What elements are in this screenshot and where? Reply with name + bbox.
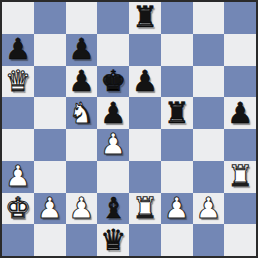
white-queen-icon[interactable]: ♛ — [5, 67, 31, 96]
square-e8[interactable]: ♜ — [129, 2, 161, 34]
square-e3[interactable] — [129, 161, 161, 193]
square-h3[interactable]: ♜ — [224, 161, 256, 193]
square-f3[interactable] — [161, 161, 193, 193]
white-rook-icon[interactable]: ♜ — [227, 162, 253, 191]
square-f6[interactable] — [161, 66, 193, 98]
square-f7[interactable] — [161, 34, 193, 66]
square-f1[interactable] — [161, 224, 193, 256]
square-b8[interactable] — [34, 2, 66, 34]
square-g6[interactable] — [193, 66, 225, 98]
square-h8[interactable] — [224, 2, 256, 34]
white-pawn-icon[interactable]: ♟ — [37, 194, 63, 223]
chess-board: ♜♟♟♛♟♚♟♞♟♜♟♟♟♜♚♟♟♝♜♟♟♛ — [0, 0, 258, 258]
square-b2[interactable]: ♟ — [34, 193, 66, 225]
square-b7[interactable] — [34, 34, 66, 66]
square-a4[interactable] — [2, 129, 34, 161]
square-c2[interactable]: ♟ — [66, 193, 98, 225]
square-a2[interactable]: ♚ — [2, 193, 34, 225]
square-b1[interactable] — [34, 224, 66, 256]
black-pawn-icon[interactable]: ♟ — [100, 99, 126, 128]
square-g7[interactable] — [193, 34, 225, 66]
black-bishop-icon[interactable]: ♝ — [100, 194, 126, 223]
square-c6[interactable]: ♟ — [66, 66, 98, 98]
white-pawn-icon[interactable]: ♟ — [5, 162, 31, 191]
square-c8[interactable] — [66, 2, 98, 34]
square-e7[interactable] — [129, 34, 161, 66]
square-d6[interactable]: ♚ — [97, 66, 129, 98]
square-a6[interactable]: ♛ — [2, 66, 34, 98]
square-h5[interactable]: ♟ — [224, 97, 256, 129]
white-pawn-icon[interactable]: ♟ — [195, 194, 221, 223]
square-f2[interactable]: ♟ — [161, 193, 193, 225]
black-rook-icon[interactable]: ♜ — [164, 99, 190, 128]
square-d2[interactable]: ♝ — [97, 193, 129, 225]
square-c1[interactable] — [66, 224, 98, 256]
black-pawn-icon[interactable]: ♟ — [68, 67, 94, 96]
square-h6[interactable] — [224, 66, 256, 98]
square-b3[interactable] — [34, 161, 66, 193]
square-e1[interactable] — [129, 224, 161, 256]
square-a3[interactable]: ♟ — [2, 161, 34, 193]
square-g2[interactable]: ♟ — [193, 193, 225, 225]
square-e5[interactable] — [129, 97, 161, 129]
square-g4[interactable] — [193, 129, 225, 161]
square-f4[interactable] — [161, 129, 193, 161]
black-pawn-icon[interactable]: ♟ — [5, 35, 31, 64]
white-knight-icon[interactable]: ♞ — [68, 99, 94, 128]
square-h4[interactable] — [224, 129, 256, 161]
square-c3[interactable] — [66, 161, 98, 193]
black-pawn-icon[interactable]: ♟ — [68, 35, 94, 64]
square-f8[interactable] — [161, 2, 193, 34]
square-g1[interactable] — [193, 224, 225, 256]
square-a1[interactable] — [2, 224, 34, 256]
black-rook-icon[interactable]: ♜ — [132, 3, 158, 32]
square-g5[interactable] — [193, 97, 225, 129]
square-d5[interactable]: ♟ — [97, 97, 129, 129]
white-pawn-icon[interactable]: ♟ — [164, 194, 190, 223]
square-b4[interactable] — [34, 129, 66, 161]
square-b5[interactable] — [34, 97, 66, 129]
black-queen-icon[interactable]: ♛ — [100, 226, 126, 255]
square-d3[interactable] — [97, 161, 129, 193]
white-king-icon[interactable]: ♚ — [5, 194, 31, 223]
square-e2[interactable]: ♜ — [129, 193, 161, 225]
square-c4[interactable] — [66, 129, 98, 161]
square-a8[interactable] — [2, 2, 34, 34]
square-h7[interactable] — [224, 34, 256, 66]
square-f5[interactable]: ♜ — [161, 97, 193, 129]
square-g8[interactable] — [193, 2, 225, 34]
white-pawn-icon[interactable]: ♟ — [68, 194, 94, 223]
square-a5[interactable] — [2, 97, 34, 129]
square-d8[interactable] — [97, 2, 129, 34]
square-d4[interactable]: ♟ — [97, 129, 129, 161]
black-pawn-icon[interactable]: ♟ — [227, 99, 253, 128]
square-h1[interactable] — [224, 224, 256, 256]
white-pawn-icon[interactable]: ♟ — [100, 130, 126, 159]
square-h2[interactable] — [224, 193, 256, 225]
black-king-icon[interactable]: ♚ — [100, 67, 126, 96]
square-c5[interactable]: ♞ — [66, 97, 98, 129]
square-d7[interactable] — [97, 34, 129, 66]
square-g3[interactable] — [193, 161, 225, 193]
square-d1[interactable]: ♛ — [97, 224, 129, 256]
black-pawn-icon[interactable]: ♟ — [132, 67, 158, 96]
square-a7[interactable]: ♟ — [2, 34, 34, 66]
square-e6[interactable]: ♟ — [129, 66, 161, 98]
square-b6[interactable] — [34, 66, 66, 98]
square-e4[interactable] — [129, 129, 161, 161]
white-rook-icon[interactable]: ♜ — [132, 194, 158, 223]
square-c7[interactable]: ♟ — [66, 34, 98, 66]
